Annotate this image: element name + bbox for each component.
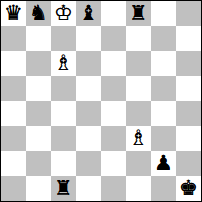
square-b8[interactable]: ♞ xyxy=(26,1,51,26)
square-f8[interactable]: ♜ xyxy=(126,1,151,26)
square-c8[interactable]: ♔ xyxy=(51,1,76,26)
square-a6[interactable] xyxy=(1,51,26,76)
square-e7[interactable] xyxy=(101,26,126,51)
square-g1[interactable] xyxy=(151,176,176,201)
square-b6[interactable] xyxy=(26,51,51,76)
black-rook-icon: ♜ xyxy=(129,1,148,26)
square-h1[interactable]: ♚ xyxy=(176,176,201,201)
square-a5[interactable] xyxy=(1,76,26,101)
square-d6[interactable] xyxy=(76,51,101,76)
square-f7[interactable] xyxy=(126,26,151,51)
square-g7[interactable] xyxy=(151,26,176,51)
square-e8[interactable] xyxy=(101,1,126,26)
square-d1[interactable] xyxy=(76,176,101,201)
square-c4[interactable] xyxy=(51,101,76,126)
square-f4[interactable] xyxy=(126,101,151,126)
square-f6[interactable] xyxy=(126,51,151,76)
square-h6[interactable] xyxy=(176,51,201,76)
square-h5[interactable] xyxy=(176,76,201,101)
white-bishop-icon: ♗ xyxy=(54,51,73,76)
square-b7[interactable] xyxy=(26,26,51,51)
square-g5[interactable] xyxy=(151,76,176,101)
square-a3[interactable] xyxy=(1,126,26,151)
square-a7[interactable] xyxy=(1,26,26,51)
square-b3[interactable] xyxy=(26,126,51,151)
square-c5[interactable] xyxy=(51,76,76,101)
square-g2[interactable]: ♟ xyxy=(151,151,176,176)
square-c6[interactable]: ♗ xyxy=(51,51,76,76)
white-king-icon: ♔ xyxy=(54,1,73,26)
square-f2[interactable] xyxy=(126,151,151,176)
square-g3[interactable] xyxy=(151,126,176,151)
square-g8[interactable] xyxy=(151,1,176,26)
square-h4[interactable] xyxy=(176,101,201,126)
black-pawn-icon: ♟ xyxy=(154,151,173,176)
square-a1[interactable] xyxy=(1,176,26,201)
square-a2[interactable] xyxy=(1,151,26,176)
square-e1[interactable] xyxy=(101,176,126,201)
square-e3[interactable] xyxy=(101,126,126,151)
square-f5[interactable] xyxy=(126,76,151,101)
square-h8[interactable] xyxy=(176,1,201,26)
black-rook-icon: ♜ xyxy=(54,176,73,201)
square-d2[interactable] xyxy=(76,151,101,176)
black-king-icon: ♚ xyxy=(179,176,198,201)
black-bishop-icon: ♝ xyxy=(79,1,98,26)
square-a4[interactable] xyxy=(1,101,26,126)
square-c1[interactable]: ♜ xyxy=(51,176,76,201)
square-c7[interactable] xyxy=(51,26,76,51)
square-b2[interactable] xyxy=(26,151,51,176)
square-c2[interactable] xyxy=(51,151,76,176)
square-d5[interactable] xyxy=(76,76,101,101)
chess-diagram: ♛♞♔♝♜♗♗♟♜♚ xyxy=(0,0,202,202)
square-d7[interactable] xyxy=(76,26,101,51)
square-e2[interactable] xyxy=(101,151,126,176)
chess-board: ♛♞♔♝♜♗♗♟♜♚ xyxy=(0,0,202,202)
square-e5[interactable] xyxy=(101,76,126,101)
square-e4[interactable] xyxy=(101,101,126,126)
square-a8[interactable]: ♛ xyxy=(1,1,26,26)
square-b5[interactable] xyxy=(26,76,51,101)
square-h7[interactable] xyxy=(176,26,201,51)
square-f3[interactable]: ♗ xyxy=(126,126,151,151)
black-queen-icon: ♛ xyxy=(4,1,23,26)
square-d3[interactable] xyxy=(76,126,101,151)
square-g4[interactable] xyxy=(151,101,176,126)
square-d8[interactable]: ♝ xyxy=(76,1,101,26)
square-g6[interactable] xyxy=(151,51,176,76)
square-e6[interactable] xyxy=(101,51,126,76)
square-d4[interactable] xyxy=(76,101,101,126)
black-knight-icon: ♞ xyxy=(29,1,48,26)
square-b1[interactable] xyxy=(26,176,51,201)
square-h2[interactable] xyxy=(176,151,201,176)
square-f1[interactable] xyxy=(126,176,151,201)
square-b4[interactable] xyxy=(26,101,51,126)
square-c3[interactable] xyxy=(51,126,76,151)
white-bishop-icon: ♗ xyxy=(129,126,148,151)
square-h3[interactable] xyxy=(176,126,201,151)
